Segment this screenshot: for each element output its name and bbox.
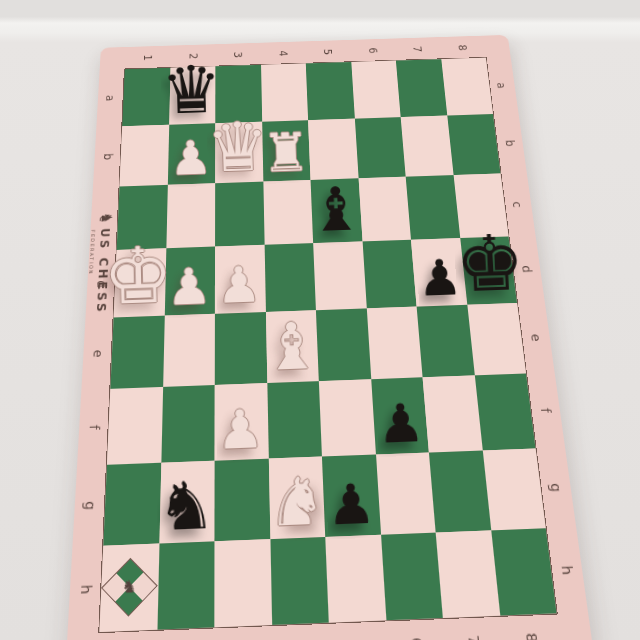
square-g4[interactable]: ♞	[268, 457, 325, 539]
file-label-right-f: f	[537, 407, 553, 412]
square-e8[interactable]	[467, 303, 526, 375]
square-h2[interactable]	[157, 541, 215, 629]
square-e4[interactable]: ♝	[265, 310, 318, 383]
rank-label-bottom-8: 8	[522, 632, 540, 640]
square-a8[interactable]	[441, 58, 493, 116]
vinyl-chess-mat: 12345678 12345678 abcdefgh abcdefgh ♞ US…	[65, 35, 594, 640]
square-g7[interactable]	[429, 450, 491, 532]
piece-white-pawn-d2[interactable]: ♟	[166, 263, 212, 312]
square-f8[interactable]	[474, 374, 535, 451]
rank-label-top-8: 8	[455, 44, 469, 51]
square-a4[interactable]	[261, 63, 308, 121]
square-g6[interactable]	[375, 453, 435, 535]
square-c2[interactable]	[166, 183, 215, 248]
square-c7[interactable]	[406, 175, 460, 240]
square-h8[interactable]	[491, 528, 557, 615]
file-label-right-d: d	[519, 265, 535, 273]
file-label-right-e: e	[527, 333, 543, 341]
us-chess-watermark-icon: ♞	[101, 558, 158, 617]
piece-white-king-d1[interactable]: ♚	[103, 238, 175, 314]
square-c4[interactable]	[263, 180, 313, 245]
square-a6[interactable]	[351, 61, 401, 119]
square-c5[interactable]: ♝	[311, 178, 363, 243]
square-b2[interactable]: ♟	[167, 123, 215, 185]
square-f2[interactable]	[161, 385, 215, 463]
square-h5[interactable]	[325, 535, 386, 623]
file-label-left-g: g	[82, 500, 99, 510]
square-d4[interactable]	[264, 243, 316, 312]
piece-black-pawn-d7[interactable]: ♟	[417, 254, 464, 303]
square-e5[interactable]	[316, 308, 371, 381]
file-label-left-a: a	[104, 95, 118, 102]
rank-label-top-1: 1	[141, 54, 155, 61]
rank-label-top-5: 5	[321, 48, 335, 55]
square-d8[interactable]: ♚	[460, 236, 517, 304]
square-f1[interactable]	[107, 387, 163, 465]
square-c6[interactable]	[358, 177, 411, 242]
rank-label-top-7: 7	[410, 46, 424, 53]
piece-black-pawn-f6[interactable]: ♟	[376, 398, 425, 450]
square-b3[interactable]: ♛	[215, 122, 263, 184]
square-d6[interactable]	[362, 240, 416, 309]
rank-label-bottom-7: 7	[464, 634, 482, 640]
rank-label-top-3: 3	[231, 51, 244, 58]
square-c3[interactable]	[215, 182, 264, 247]
square-g5[interactable]: ♟	[322, 455, 381, 537]
square-g8[interactable]	[482, 448, 545, 530]
us-chess-logo-subtitle: FEDERATION	[91, 230, 97, 235]
piece-white-pawn-d3[interactable]: ♟	[216, 261, 262, 310]
square-f6[interactable]: ♟	[371, 377, 429, 454]
file-label-right-g: g	[547, 482, 564, 492]
table-surface: 12345678 12345678 abcdefgh abcdefgh ♞ US…	[0, 0, 640, 640]
chess-board: ♛♟♛♜♝♚♟♟♟♚♝♟♟♞♞♟♞	[99, 58, 556, 632]
piece-white-pawn-f3[interactable]: ♟	[216, 404, 265, 456]
square-e1[interactable]	[110, 316, 164, 389]
chess-mat-wrap: 12345678 12345678 abcdefgh abcdefgh ♞ US…	[65, 35, 594, 640]
square-e3[interactable]	[215, 312, 267, 385]
square-b6[interactable]	[354, 117, 405, 178]
square-f4[interactable]	[267, 381, 322, 458]
rank-label-bottom-6: 6	[407, 637, 425, 640]
rank-label-top-2: 2	[186, 53, 199, 60]
file-label-right-a: a	[495, 82, 509, 89]
piece-white-pawn-b2[interactable]: ♟	[169, 136, 213, 182]
piece-black-knight-g2[interactable]: ♞	[156, 474, 217, 539]
piece-white-queen-b3[interactable]: ♛	[206, 114, 270, 180]
square-b8[interactable]	[447, 114, 501, 175]
square-e7[interactable]	[417, 305, 475, 378]
square-g2[interactable]: ♞	[159, 461, 215, 544]
square-h7[interactable]	[436, 530, 500, 618]
square-a7[interactable]	[396, 59, 447, 117]
square-b1[interactable]	[120, 125, 169, 187]
square-f7[interactable]	[423, 375, 483, 452]
square-h1[interactable]: ♞	[99, 543, 159, 631]
square-f5[interactable]	[319, 379, 376, 456]
rank-label-top-4: 4	[276, 50, 290, 57]
square-g3[interactable]	[214, 459, 269, 542]
square-d7[interactable]: ♟	[411, 238, 467, 306]
file-label-left-e: e	[90, 349, 106, 357]
square-f3[interactable]: ♟	[215, 383, 269, 461]
square-h6[interactable]	[381, 533, 443, 621]
file-label-right-h: h	[558, 564, 576, 574]
square-h4[interactable]	[270, 537, 329, 625]
file-label-left-h: h	[77, 584, 94, 594]
square-e2[interactable]	[163, 314, 215, 387]
rank-label-top-6: 6	[366, 47, 380, 54]
piece-black-king-d8[interactable]: ♚	[453, 226, 526, 301]
square-a5[interactable]	[306, 62, 355, 120]
square-d5[interactable]	[313, 241, 366, 310]
square-b7[interactable]	[401, 116, 453, 177]
square-h3[interactable]	[214, 539, 271, 627]
file-label-right-c: c	[510, 201, 525, 208]
square-d1[interactable]: ♚	[114, 248, 166, 317]
square-g1[interactable]	[103, 463, 161, 546]
file-label-left-b: b	[101, 153, 115, 160]
square-b5[interactable]	[308, 119, 358, 180]
square-d3[interactable]: ♟	[215, 245, 266, 314]
us-chess-knight-icon: ♞	[97, 212, 115, 224]
square-e6[interactable]	[366, 307, 422, 380]
file-label-right-b: b	[502, 139, 517, 146]
piece-white-knight-g4[interactable]: ♞	[266, 469, 327, 534]
piece-black-pawn-g5[interactable]: ♟	[326, 478, 377, 532]
piece-white-bishop-e4[interactable]: ♝	[262, 316, 322, 379]
piece-black-bishop-c5[interactable]: ♝	[308, 181, 365, 240]
file-label-left-f: f	[86, 424, 102, 429]
